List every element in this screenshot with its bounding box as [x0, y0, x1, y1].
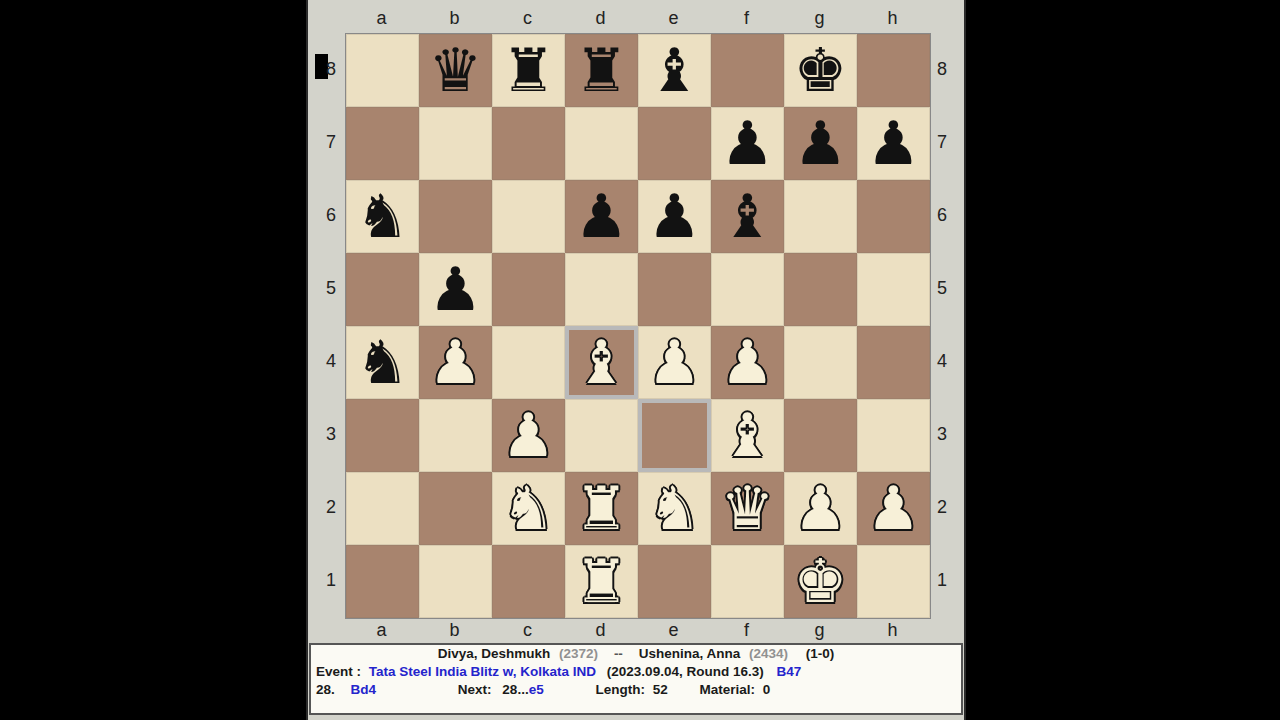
square-f4[interactable]: ♟	[711, 326, 784, 399]
square-h3[interactable]	[857, 399, 930, 472]
square-g2[interactable]: ♟	[784, 472, 857, 545]
file-label-g: g	[783, 620, 856, 641]
square-h4[interactable]	[857, 326, 930, 399]
white-player-name: Divya, Deshmukh	[438, 646, 551, 661]
file-label-h: h	[856, 620, 929, 641]
piece-white-king: ♚	[784, 545, 857, 618]
piece-white-pawn: ♟	[419, 326, 492, 399]
rank-label-6: 6	[931, 179, 966, 252]
file-label-a: a	[345, 8, 418, 29]
event-line: Event : Tata Steel India Blitz w, Kolkat…	[311, 663, 961, 681]
square-e5[interactable]	[638, 253, 711, 326]
rank-label-7: 7	[308, 106, 343, 179]
file-label-e: e	[637, 620, 710, 641]
file-label-d: d	[564, 620, 637, 641]
piece-white-knight: ♞	[492, 472, 565, 545]
piece-white-pawn: ♟	[711, 326, 784, 399]
square-e6[interactable]: ♟	[638, 180, 711, 253]
square-a7[interactable]	[346, 107, 419, 180]
rank-labels-right: 87654321	[931, 33, 966, 617]
square-g3[interactable]	[784, 399, 857, 472]
square-d5[interactable]	[565, 253, 638, 326]
piece-black-pawn: ♟	[857, 107, 930, 180]
rank-labels-left: 87654321	[308, 33, 343, 617]
square-a2[interactable]	[346, 472, 419, 545]
square-a3[interactable]	[346, 399, 419, 472]
file-label-c: c	[491, 8, 564, 29]
square-f1[interactable]	[711, 545, 784, 618]
square-c6[interactable]	[492, 180, 565, 253]
piece-black-queen: ♛	[419, 34, 492, 107]
white-player-rating: (2372)	[559, 645, 598, 663]
square-a1[interactable]	[346, 545, 419, 618]
eco-code: B47	[776, 663, 801, 681]
square-a5[interactable]	[346, 253, 419, 326]
square-b5[interactable]: ♟	[419, 253, 492, 326]
square-c4[interactable]	[492, 326, 565, 399]
square-h5[interactable]	[857, 253, 930, 326]
piece-black-pawn: ♟	[419, 253, 492, 326]
piece-black-pawn: ♟	[711, 107, 784, 180]
event-name: Tata Steel India Blitz w, Kolkata IND	[369, 663, 596, 681]
moves-line: 28. Bd4 Next: 28...e5 Length: 52 Materia…	[311, 681, 961, 699]
square-d7[interactable]	[565, 107, 638, 180]
file-label-b: b	[418, 620, 491, 641]
rank-label-5: 5	[308, 252, 343, 325]
square-b1[interactable]	[419, 545, 492, 618]
file-label-b: b	[418, 8, 491, 29]
material-value: 0	[763, 681, 771, 699]
players-line: Divya, Deshmukh (2372) -- Ushenina, Anna…	[311, 645, 961, 663]
file-label-f: f	[710, 620, 783, 641]
square-b3[interactable]	[419, 399, 492, 472]
square-f6[interactable]: ♝	[711, 180, 784, 253]
square-d2[interactable]: ♜	[565, 472, 638, 545]
square-f7[interactable]: ♟	[711, 107, 784, 180]
piece-white-rook: ♜	[565, 472, 638, 545]
rank-label-5: 5	[931, 252, 966, 325]
file-labels-bottom: abcdefgh	[345, 620, 929, 641]
game-result: (1-0)	[806, 645, 835, 663]
square-e7[interactable]	[638, 107, 711, 180]
square-d3[interactable]	[565, 399, 638, 472]
square-g8[interactable]: ♚	[784, 34, 857, 107]
square-e3[interactable]	[638, 399, 711, 472]
piece-black-pawn: ♟	[638, 180, 711, 253]
square-a8[interactable]	[346, 34, 419, 107]
square-a4[interactable]: ♞	[346, 326, 419, 399]
square-g4[interactable]	[784, 326, 857, 399]
file-label-c: c	[491, 620, 564, 641]
square-d1[interactable]: ♜	[565, 545, 638, 618]
square-f2[interactable]: ♛	[711, 472, 784, 545]
event-label: Event :	[316, 664, 361, 679]
square-b8[interactable]: ♛	[419, 34, 492, 107]
square-b4[interactable]: ♟	[419, 326, 492, 399]
piece-white-pawn: ♟	[857, 472, 930, 545]
file-label-d: d	[564, 8, 637, 29]
square-b6[interactable]	[419, 180, 492, 253]
next-move-prefix: 28...	[502, 681, 528, 699]
current-move[interactable]: Bd4	[351, 681, 377, 699]
game-info-panel: Divya, Deshmukh (2372) -- Ushenina, Anna…	[309, 643, 963, 715]
square-f8[interactable]	[711, 34, 784, 107]
chess-board: ♛♜♜♝♚♟♟♟♞♟♟♝♟♞♟♝♟♟♟♝♞♜♞♛♟♟♜♚	[345, 33, 931, 619]
next-move[interactable]: e5	[529, 682, 544, 697]
piece-white-bishop: ♝	[565, 326, 638, 399]
square-h2[interactable]: ♟	[857, 472, 930, 545]
piece-black-knight: ♞	[346, 180, 419, 253]
square-h6[interactable]	[857, 180, 930, 253]
square-g1[interactable]: ♚	[784, 545, 857, 618]
event-details: (2023.09.04, Round 16.3)	[607, 663, 764, 681]
file-label-h: h	[856, 8, 929, 29]
square-b7[interactable]	[419, 107, 492, 180]
square-h7[interactable]: ♟	[857, 107, 930, 180]
square-c1[interactable]	[492, 545, 565, 618]
rank-label-2: 2	[308, 471, 343, 544]
rank-label-8: 8	[931, 33, 966, 106]
rank-label-1: 1	[308, 544, 343, 617]
square-g7[interactable]: ♟	[784, 107, 857, 180]
piece-white-bishop: ♝	[711, 399, 784, 472]
rank-label-3: 3	[308, 398, 343, 471]
piece-white-pawn: ♟	[784, 472, 857, 545]
chess-viewer-panel: abcdefgh 87654321 ♛♜♜♝♚♟♟♟♞♟♟♝♟♞♟♝♟♟♟♝♞♜…	[306, 0, 966, 720]
square-c5[interactable]	[492, 253, 565, 326]
file-label-a: a	[345, 620, 418, 641]
file-labels-top: abcdefgh	[345, 8, 929, 29]
piece-white-rook: ♜	[565, 545, 638, 618]
square-c2[interactable]: ♞	[492, 472, 565, 545]
rank-label-4: 4	[931, 325, 966, 398]
rank-label-8: 8	[308, 33, 343, 106]
piece-black-rook: ♜	[492, 34, 565, 107]
square-g6[interactable]	[784, 180, 857, 253]
piece-black-bishop: ♝	[711, 180, 784, 253]
rank-label-4: 4	[308, 325, 343, 398]
players-separator: --	[614, 645, 623, 663]
square-e8[interactable]: ♝	[638, 34, 711, 107]
square-c8[interactable]: ♜	[492, 34, 565, 107]
rank-label-7: 7	[931, 106, 966, 179]
piece-black-knight: ♞	[346, 326, 419, 399]
square-e4[interactable]: ♟	[638, 326, 711, 399]
rank-label-1: 1	[931, 544, 966, 617]
square-d8[interactable]: ♜	[565, 34, 638, 107]
square-c3[interactable]: ♟	[492, 399, 565, 472]
length-value: 52	[653, 681, 668, 699]
square-f3[interactable]: ♝	[711, 399, 784, 472]
piece-black-bishop: ♝	[638, 34, 711, 107]
square-a6[interactable]: ♞	[346, 180, 419, 253]
piece-white-queen: ♛	[711, 472, 784, 545]
square-c7[interactable]	[492, 107, 565, 180]
black-player-name: Ushenina, Anna	[639, 646, 741, 661]
square-e1[interactable]	[638, 545, 711, 618]
square-d4[interactable]: ♝	[565, 326, 638, 399]
piece-black-pawn: ♟	[784, 107, 857, 180]
rank-label-6: 6	[308, 179, 343, 252]
square-e2[interactable]: ♞	[638, 472, 711, 545]
file-label-e: e	[637, 8, 710, 29]
square-g5[interactable]	[784, 253, 857, 326]
length-label: Length:	[595, 681, 645, 699]
piece-black-king: ♚	[784, 34, 857, 107]
black-player-rating: (2434)	[749, 645, 788, 663]
square-b2[interactable]	[419, 472, 492, 545]
move-number: 28.	[316, 682, 335, 697]
file-label-f: f	[710, 8, 783, 29]
file-label-g: g	[783, 8, 856, 29]
square-h1[interactable]	[857, 545, 930, 618]
piece-white-pawn: ♟	[492, 399, 565, 472]
rank-label-2: 2	[931, 471, 966, 544]
next-label: Next:	[458, 681, 492, 699]
piece-white-pawn: ♟	[638, 326, 711, 399]
material-label: Material:	[700, 681, 756, 699]
square-h8[interactable]	[857, 34, 930, 107]
square-f5[interactable]	[711, 253, 784, 326]
square-d6[interactable]: ♟	[565, 180, 638, 253]
rank-label-3: 3	[931, 398, 966, 471]
piece-white-knight: ♞	[638, 472, 711, 545]
piece-black-pawn: ♟	[565, 180, 638, 253]
piece-black-rook: ♜	[565, 34, 638, 107]
